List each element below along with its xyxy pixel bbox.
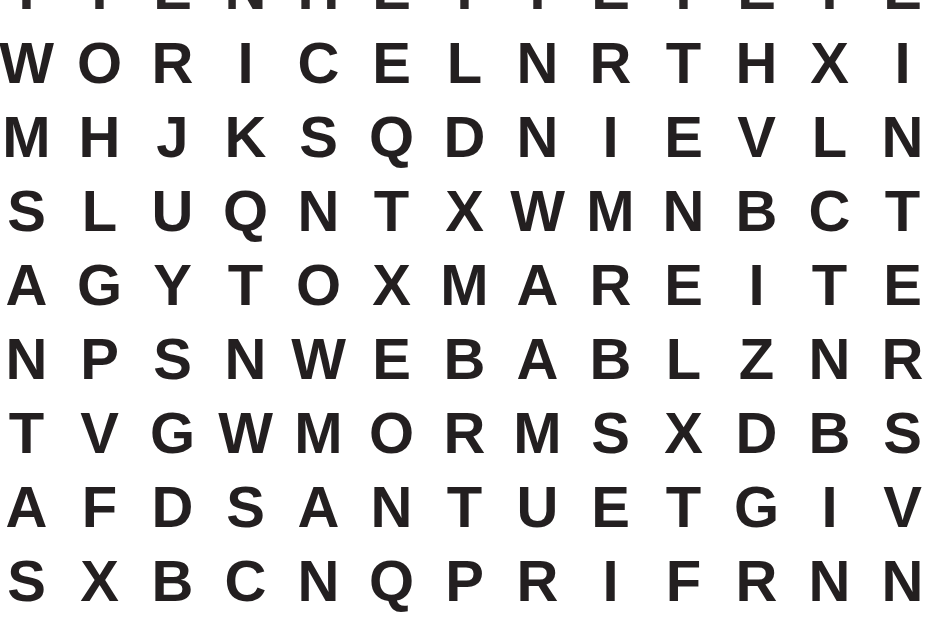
grid-cell-r8c13[interactable]: N [866, 544, 939, 618]
grid-cell-r3c8[interactable]: W [501, 174, 574, 248]
grid-cell-r7c2[interactable]: F [63, 470, 136, 544]
word-search-page: TTENHETTETETEWORICELNRTHXIMHJKSQDNIEVLNS… [0, 0, 940, 627]
grid-cell-r8c5[interactable]: N [282, 544, 355, 618]
grid-cell-r1c1[interactable]: W [0, 26, 63, 100]
grid-cell-r2c1[interactable]: M [0, 100, 63, 174]
grid-cell-r1c13[interactable]: I [866, 26, 939, 100]
grid-cell-r5c8[interactable]: A [501, 322, 574, 396]
grid-cell-r7c13[interactable]: V [866, 470, 939, 544]
grid-cell-r6c9[interactable]: S [574, 396, 647, 470]
grid-cell-r0c2[interactable]: T [63, 0, 136, 26]
grid-cell-r3c9[interactable]: M [574, 174, 647, 248]
grid-cell-r4c2[interactable]: G [63, 248, 136, 322]
grid-cell-r0c8[interactable]: T [501, 0, 574, 26]
grid-cell-r6c5[interactable]: M [282, 396, 355, 470]
grid-cell-r6c11[interactable]: D [720, 396, 793, 470]
grid-cell-r5c2[interactable]: P [63, 322, 136, 396]
grid-cell-r5c12[interactable]: N [793, 322, 866, 396]
grid-cell-r8c10[interactable]: F [647, 544, 720, 618]
grid-cell-r0c1[interactable]: T [0, 0, 63, 26]
grid-cell-r7c12[interactable]: I [793, 470, 866, 544]
grid-cell-r6c13[interactable]: S [866, 396, 939, 470]
grid-cell-r6c1[interactable]: T [0, 396, 63, 470]
grid-cell-r5c5[interactable]: W [282, 322, 355, 396]
grid-cell-r1c2[interactable]: O [63, 26, 136, 100]
grid-cell-r3c13[interactable]: T [866, 174, 939, 248]
grid-cell-r3c4[interactable]: Q [209, 174, 282, 248]
grid-cell-r0c4[interactable]: N [209, 0, 282, 26]
grid-cell-r4c7[interactable]: M [428, 248, 501, 322]
grid-cell-r1c12[interactable]: X [793, 26, 866, 100]
grid-cell-r8c4[interactable]: C [209, 544, 282, 618]
grid-cell-r0c5[interactable]: H [282, 0, 355, 26]
grid-cell-r7c8[interactable]: U [501, 470, 574, 544]
grid-cell-r1c3[interactable]: R [136, 26, 209, 100]
grid-cell-r2c8[interactable]: N [501, 100, 574, 174]
grid-cell-r6c10[interactable]: X [647, 396, 720, 470]
grid-cell-r4c6[interactable]: X [355, 248, 428, 322]
grid-cell-r5c3[interactable]: S [136, 322, 209, 396]
grid-cell-r3c5[interactable]: N [282, 174, 355, 248]
grid-cell-r8c8[interactable]: R [501, 544, 574, 618]
grid-cell-r2c7[interactable]: D [428, 100, 501, 174]
grid-cell-r7c6[interactable]: N [355, 470, 428, 544]
grid-cell-r7c10[interactable]: T [647, 470, 720, 544]
grid-cell-r5c13[interactable]: R [866, 322, 939, 396]
grid-cell-r4c5[interactable]: O [282, 248, 355, 322]
grid-cell-r2c12[interactable]: L [793, 100, 866, 174]
grid-cell-r5c10[interactable]: L [647, 322, 720, 396]
grid-cell-r4c10[interactable]: E [647, 248, 720, 322]
grid-cell-r8c1[interactable]: S [0, 544, 63, 618]
grid-cell-r8c11[interactable]: R [720, 544, 793, 618]
grid-cell-r1c11[interactable]: H [720, 26, 793, 100]
grid-cell-r6c8[interactable]: M [501, 396, 574, 470]
grid-cell-r2c2[interactable]: H [63, 100, 136, 174]
grid-cell-r4c12[interactable]: T [793, 248, 866, 322]
grid-cell-r8c6[interactable]: Q [355, 544, 428, 618]
grid-cell-r4c3[interactable]: Y [136, 248, 209, 322]
grid-cell-r4c9[interactable]: R [574, 248, 647, 322]
grid-cell-r1c10[interactable]: T [647, 26, 720, 100]
grid-cell-r1c5[interactable]: C [282, 26, 355, 100]
grid-cell-r0c10[interactable]: T [647, 0, 720, 26]
grid-cell-r8c3[interactable]: B [136, 544, 209, 618]
grid-cell-r0c9[interactable]: E [574, 0, 647, 26]
grid-cell-r7c7[interactable]: T [428, 470, 501, 544]
grid-cell-r6c12[interactable]: B [793, 396, 866, 470]
grid-cell-r3c3[interactable]: U [136, 174, 209, 248]
grid-cell-r6c2[interactable]: V [63, 396, 136, 470]
grid-cell-r7c9[interactable]: E [574, 470, 647, 544]
grid-cell-r8c2[interactable]: X [63, 544, 136, 618]
grid-cell-r7c5[interactable]: A [282, 470, 355, 544]
grid-cell-r5c4[interactable]: N [209, 322, 282, 396]
grid-cell-r8c9[interactable]: I [574, 544, 647, 618]
grid-cell-r1c8[interactable]: N [501, 26, 574, 100]
grid-cell-r0c3[interactable]: E [136, 0, 209, 26]
grid-cell-r0c13[interactable]: E [866, 0, 939, 26]
grid-cell-r1c4[interactable]: I [209, 26, 282, 100]
grid-cell-r3c7[interactable]: X [428, 174, 501, 248]
word-search-grid: TTENHETTETETEWORICELNRTHXIMHJKSQDNIEVLNS… [0, 0, 939, 618]
grid-cell-r3c10[interactable]: N [647, 174, 720, 248]
grid-cell-r2c9[interactable]: I [574, 100, 647, 174]
grid-cell-r3c11[interactable]: B [720, 174, 793, 248]
grid-cell-r0c7[interactable]: T [428, 0, 501, 26]
grid-cell-r0c6[interactable]: E [355, 0, 428, 26]
grid-cell-r4c11[interactable]: I [720, 248, 793, 322]
grid-cell-r6c7[interactable]: R [428, 396, 501, 470]
grid-cell-r6c6[interactable]: O [355, 396, 428, 470]
grid-cell-r0c12[interactable]: T [793, 0, 866, 26]
grid-cell-r3c12[interactable]: C [793, 174, 866, 248]
grid-cell-r3c2[interactable]: L [63, 174, 136, 248]
grid-cell-r5c9[interactable]: B [574, 322, 647, 396]
grid-cell-r5c7[interactable]: B [428, 322, 501, 396]
grid-cell-r6c4[interactable]: W [209, 396, 282, 470]
grid-cell-r3c1[interactable]: S [0, 174, 63, 248]
grid-cell-r5c1[interactable]: N [0, 322, 63, 396]
grid-cell-r8c7[interactable]: P [428, 544, 501, 618]
grid-cell-r7c4[interactable]: S [209, 470, 282, 544]
grid-cell-r7c3[interactable]: D [136, 470, 209, 544]
grid-cell-r2c3[interactable]: J [136, 100, 209, 174]
grid-cell-r2c11[interactable]: V [720, 100, 793, 174]
grid-cell-r2c6[interactable]: Q [355, 100, 428, 174]
grid-cell-r1c6[interactable]: E [355, 26, 428, 100]
grid-cell-r4c8[interactable]: A [501, 248, 574, 322]
grid-cell-r4c4[interactable]: T [209, 248, 282, 322]
grid-cell-r2c4[interactable]: K [209, 100, 282, 174]
grid-cell-r0c11[interactable]: E [720, 0, 793, 26]
grid-cell-r2c5[interactable]: S [282, 100, 355, 174]
grid-cell-r1c7[interactable]: L [428, 26, 501, 100]
grid-cell-r4c13[interactable]: E [866, 248, 939, 322]
grid-cell-r2c10[interactable]: E [647, 100, 720, 174]
grid-cell-r8c12[interactable]: N [793, 544, 866, 618]
grid-cell-r7c1[interactable]: A [0, 470, 63, 544]
grid-cell-r5c6[interactable]: E [355, 322, 428, 396]
grid-cell-r6c3[interactable]: G [136, 396, 209, 470]
grid-cell-r5c11[interactable]: Z [720, 322, 793, 396]
grid-cell-r2c13[interactable]: N [866, 100, 939, 174]
grid-cell-r4c1[interactable]: A [0, 248, 63, 322]
grid-cell-r7c11[interactable]: G [720, 470, 793, 544]
grid-cell-r1c9[interactable]: R [574, 26, 647, 100]
grid-cell-r3c6[interactable]: T [355, 174, 428, 248]
